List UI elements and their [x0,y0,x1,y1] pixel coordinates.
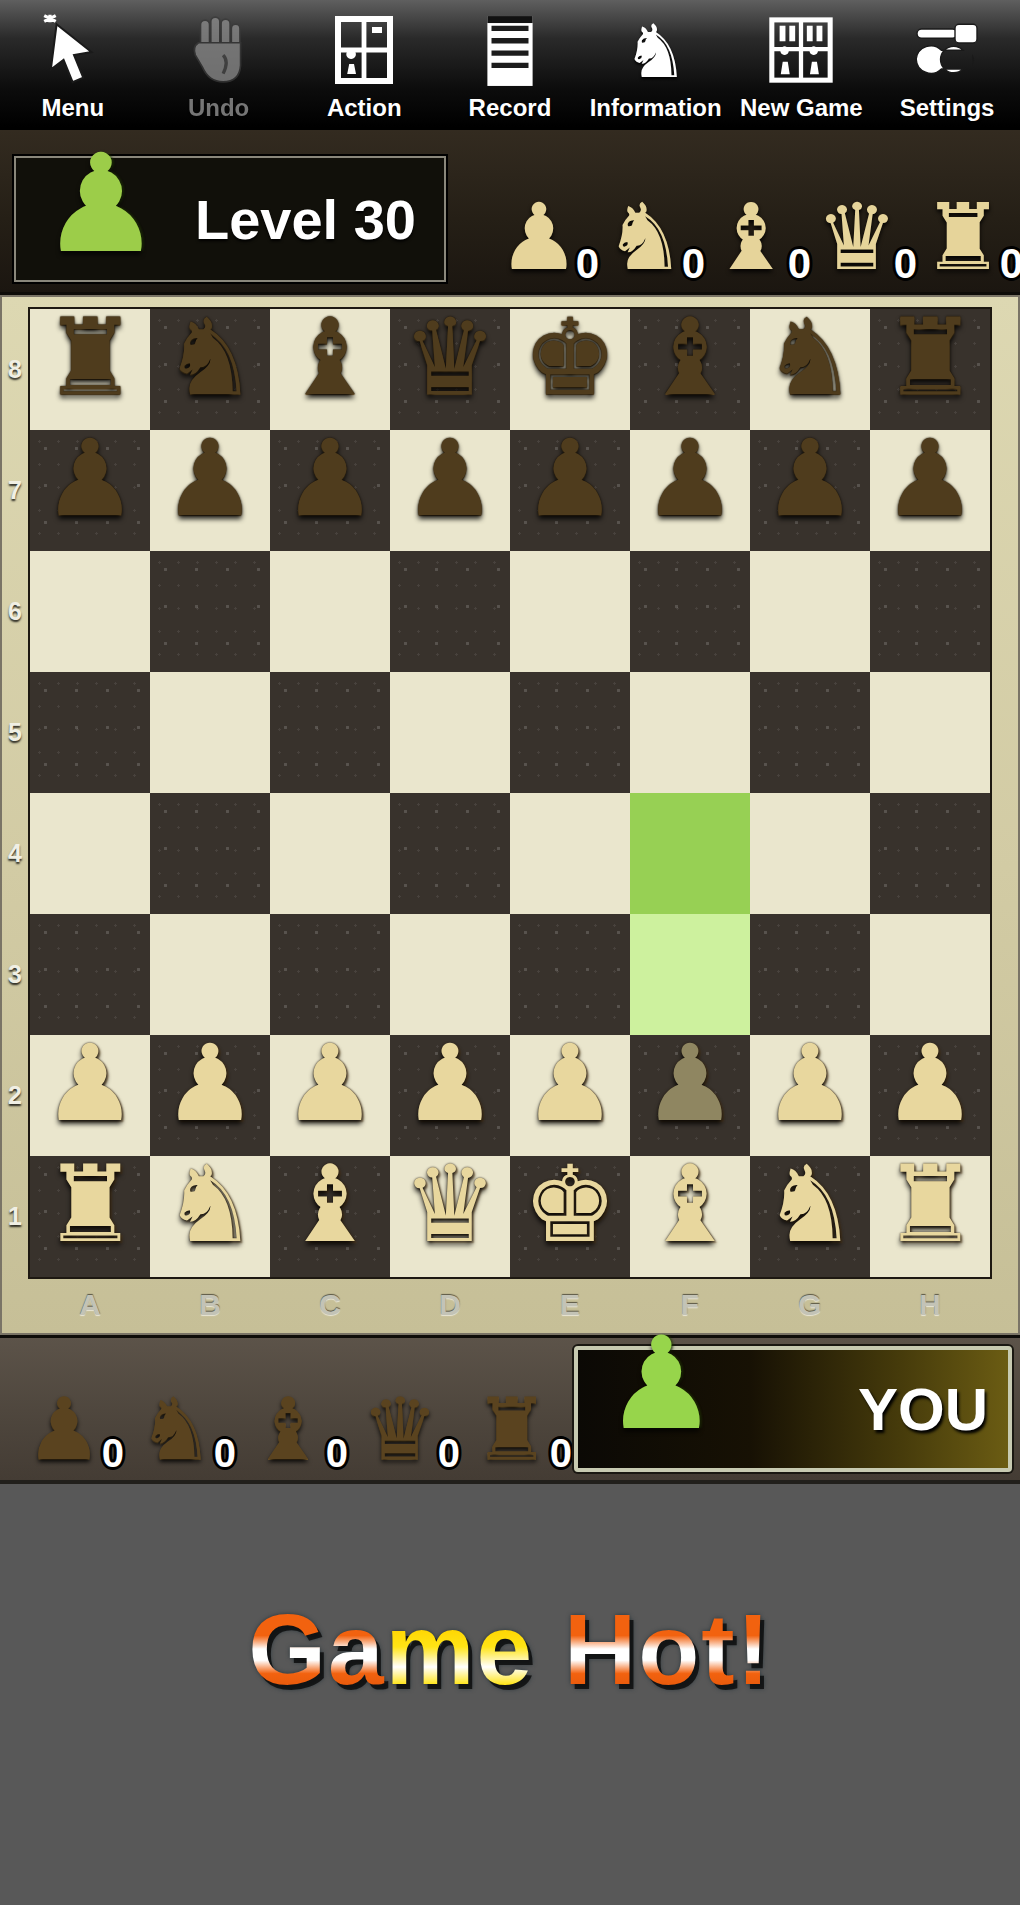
banner-segment: Ga [248,1593,385,1705]
black-bishop-f8: ♝ [630,297,750,418]
toolbar-button-information[interactable]: ♞ Information [585,0,727,128]
square-a1[interactable]: ♜ [30,1156,150,1277]
square-g2[interactable]: ♟ [750,1035,870,1156]
square-c4[interactable] [270,793,390,914]
black-queen-d8: ♛ [390,297,510,418]
toolbar: Menu Undo [0,0,1020,130]
square-a6[interactable] [30,551,150,672]
toolbar-button-label: Menu [42,94,105,122]
black-king-e8: ♚ [510,297,630,418]
white-knight-g1: ♞ [750,1144,870,1265]
rank-label-6: 6 [0,551,30,672]
square-f1[interactable]: ♝ [630,1156,750,1277]
square-h2[interactable]: ♟ [870,1035,990,1156]
record-list-icon [479,8,541,94]
white-bishop-f1: ♝ [630,1144,750,1265]
black-pawn-h7: ♟ [870,418,990,539]
black-bishop-icon: ♝ [249,1386,326,1472]
toolbar-button-label: New Game [740,94,863,122]
captured-count: 0 [214,1431,236,1476]
banner-segment: me [386,1593,535,1705]
captured-tray-black: ♟0♞0♝0♛0♜0 [8,1338,568,1478]
black-pawn-g7: ♟ [750,418,870,539]
white-pawn-icon: ♟ [498,192,580,284]
black-bishop-c8: ♝ [270,297,390,418]
square-g1[interactable]: ♞ [750,1156,870,1277]
black-rook-a8: ♜ [30,297,150,418]
white-pawn-c2: ♟ [270,1023,390,1144]
square-d4[interactable] [390,793,510,914]
captured-count: 0 [438,1431,460,1476]
square-c7[interactable]: ♟ [270,430,390,551]
square-g8[interactable]: ♞ [750,309,870,430]
captured-tray-white: ♟0♞0♝0♛0♜0 [486,130,1016,288]
file-label-d: D [390,1275,510,1335]
white-rook-a1: ♜ [30,1144,150,1265]
app-root: Menu Undo [0,0,1020,1905]
square-e6[interactable] [510,551,630,672]
captured-count: 0 [102,1431,124,1476]
toolbar-button-settings[interactable]: Settings [876,0,1018,128]
white-bishop-icon: ♝ [710,192,792,284]
square-e1[interactable]: ♚ [510,1156,630,1277]
square-e8[interactable]: ♚ [510,309,630,430]
white-pawn-g2: ♟ [750,1023,870,1144]
square-d2[interactable]: ♟ [390,1035,510,1156]
black-knight-icon: ♞ [137,1386,214,1472]
square-b8[interactable]: ♞ [150,309,270,430]
captured-black-knight: ♞0 [126,1386,226,1472]
player-strip: ♟0♞0♝0♛0♜0 ♟ YOU [0,1338,1020,1484]
opponent-level-label: Level 30 [195,187,416,252]
black-rook-h8: ♜ [870,297,990,418]
captured-black-pawn: ♟0 [14,1386,114,1472]
cursor-menu-icon [38,8,108,94]
square-h7[interactable]: ♟ [870,430,990,551]
black-pawn-d7: ♟ [390,418,510,539]
white-pawn-b2: ♟ [150,1023,270,1144]
square-c2[interactable]: ♟ [270,1035,390,1156]
square-f8[interactable]: ♝ [630,309,750,430]
captured-white-queen: ♛0 [807,192,907,284]
black-knight-b8: ♞ [150,297,270,418]
opponent-green-pawn-icon: ♟ [40,136,162,272]
black-pawn-c7: ♟ [270,418,390,539]
square-f2[interactable]: ♟ [630,1035,750,1156]
square-c6[interactable] [270,551,390,672]
captured-count: 0 [326,1431,348,1476]
square-e7[interactable]: ♟ [510,430,630,551]
square-a5[interactable] [30,672,150,793]
square-h8[interactable]: ♜ [870,309,990,430]
square-g4[interactable] [750,793,870,914]
white-pawn-d2: ♟ [390,1023,510,1144]
square-f7[interactable]: ♟ [630,430,750,551]
file-labels: ABCDEFGH [30,1275,990,1335]
player-green-pawn-icon: ♟ [604,1320,719,1448]
white-knight-b1: ♞ [150,1144,270,1265]
chess-board: 87654321 ♜♞♝♛♚♝♞♜♟♟♟♟♟♟♟♟♟♟♟♟♟♟♟♟♜♞♝♛♚♝♞… [0,292,1020,1338]
captured-white-rook: ♜0 [913,192,1013,284]
square-g5[interactable] [750,672,870,793]
square-h6[interactable] [870,551,990,672]
rank-label-2: 2 [0,1035,30,1156]
toolbar-button-record[interactable]: Record [439,0,581,128]
hand-undo-icon [186,8,252,94]
white-pawn-h2: ♟ [870,1023,990,1144]
white-queen-d1: ♛ [390,1144,510,1265]
square-a2[interactable]: ♟ [30,1035,150,1156]
new-game-board-icon [766,8,836,94]
square-f5[interactable] [630,672,750,793]
square-c5[interactable] [270,672,390,793]
square-h5[interactable] [870,672,990,793]
white-knight-icon: ♞ [604,192,686,284]
toolbar-button-new-game[interactable]: New Game [730,0,872,128]
square-b3[interactable] [150,914,270,1035]
toolbar-button-label: Information [590,94,722,122]
square-c8[interactable]: ♝ [270,309,390,430]
file-label-b: B [150,1275,270,1335]
white-pawn-e2: ♟ [510,1023,630,1144]
square-d5[interactable] [390,672,510,793]
file-label-c: C [270,1275,390,1335]
captured-black-queen: ♛0 [350,1386,450,1472]
file-label-h: H [870,1275,990,1335]
square-a8[interactable]: ♜ [30,309,150,430]
rank-label-1: 1 [0,1156,30,1277]
square-h1[interactable]: ♜ [870,1156,990,1277]
black-pawn-icon: ♟ [25,1386,102,1472]
captured-count: 0 [1000,240,1020,288]
captured-white-bishop: ♝0 [701,192,801,284]
black-queen-icon: ♛ [361,1386,438,1472]
square-h4[interactable] [870,793,990,914]
square-c3[interactable] [270,914,390,1035]
rank-label-5: 5 [0,672,30,793]
white-queen-icon: ♛ [816,192,898,284]
banner-segment: Hot! [534,1593,772,1705]
square-h3[interactable] [870,914,990,1035]
square-b5[interactable] [150,672,270,793]
square-d7[interactable]: ♟ [390,430,510,551]
black-pawn-a7: ♟ [30,418,150,539]
captured-white-pawn: ♟0 [489,192,589,284]
square-g7[interactable]: ♟ [750,430,870,551]
player-panel: ♟ YOU [574,1346,1012,1472]
square-b7[interactable]: ♟ [150,430,270,551]
board-grid: ♜♞♝♛♚♝♞♜♟♟♟♟♟♟♟♟♟♟♟♟♟♟♟♟♜♞♝♛♚♝♞♜ [30,309,990,1277]
captured-black-bishop: ♝0 [238,1386,338,1472]
square-e2[interactable]: ♟ [510,1035,630,1156]
file-label-a: A [30,1275,150,1335]
player-label: YOU [858,1375,988,1444]
square-a3[interactable] [30,914,150,1035]
white-king-e1: ♚ [510,1144,630,1265]
square-f3[interactable] [630,914,750,1035]
opponent-panel: ♟ Level 30 [14,156,446,282]
square-f4[interactable] [630,793,750,914]
opponent-strip: ♟ Level 30 ♟0♞0♝0♛0♜0 [0,130,1020,292]
square-d8[interactable]: ♛ [390,309,510,430]
square-g3[interactable] [750,914,870,1035]
black-knight-g8: ♞ [750,297,870,418]
square-d1[interactable]: ♛ [390,1156,510,1277]
rank-label-7: 7 [0,430,30,551]
white-pawn-f2: ♟ [630,1023,750,1144]
square-d3[interactable] [390,914,510,1035]
toolbar-button-undo[interactable]: Undo [148,0,290,128]
square-e5[interactable] [510,672,630,793]
knight-information-icon: ♞ [622,8,688,94]
square-a7[interactable]: ♟ [30,430,150,551]
square-a4[interactable] [30,793,150,914]
toolbar-button-label: Record [469,94,552,122]
square-e3[interactable] [510,914,630,1035]
toolbar-button-menu[interactable]: Menu [2,0,144,128]
captured-black-rook: ♜0 [462,1386,562,1472]
square-e4[interactable] [510,793,630,914]
rank-labels: 87654321 [0,309,30,1277]
file-label-g: G [750,1275,870,1335]
white-rook-icon: ♜ [922,192,1004,284]
square-b1[interactable]: ♞ [150,1156,270,1277]
square-b6[interactable] [150,551,270,672]
toolbar-button-label: Action [327,94,402,122]
tools-settings-icon [911,8,983,94]
white-pawn-a2: ♟ [30,1023,150,1144]
black-rook-icon: ♜ [473,1386,550,1472]
board-action-icon [330,8,398,94]
square-b2[interactable]: ♟ [150,1035,270,1156]
captured-count: 0 [550,1431,572,1476]
toolbar-button-label: Undo [188,94,249,122]
square-g6[interactable] [750,551,870,672]
toolbar-button-label: Settings [900,94,995,122]
rank-label-3: 3 [0,914,30,1035]
black-pawn-e7: ♟ [510,418,630,539]
captured-white-knight: ♞0 [595,192,695,284]
square-b4[interactable] [150,793,270,914]
game-hot-banner: Game Hot! [0,1592,1020,1707]
square-d6[interactable] [390,551,510,672]
square-c1[interactable]: ♝ [270,1156,390,1277]
toolbar-button-action[interactable]: Action [293,0,435,128]
white-bishop-c1: ♝ [270,1144,390,1265]
black-pawn-b7: ♟ [150,418,270,539]
rank-label-4: 4 [0,793,30,914]
white-rook-h1: ♜ [870,1144,990,1265]
black-pawn-f7: ♟ [630,418,750,539]
rank-label-8: 8 [0,309,30,430]
footer-area: Game Hot! [0,1484,1020,1905]
square-f6[interactable] [630,551,750,672]
